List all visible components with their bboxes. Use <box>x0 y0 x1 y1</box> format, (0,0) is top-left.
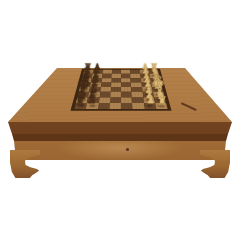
wood-grain <box>121 82 131 87</box>
square[interactable] <box>121 103 133 109</box>
square[interactable] <box>111 82 121 87</box>
square[interactable] <box>121 82 131 87</box>
chess-board-grid: ♜♟♟♜♞♟♟♞♝♟♟♝♛♟♟♛♚♟♟♚♝♟♟♝♞♟♟♞♜♟♟♜ <box>74 70 167 109</box>
wood-grain <box>111 78 121 82</box>
wood-grain <box>109 103 121 109</box>
black-pawn-piece[interactable]: ♟ <box>81 92 102 109</box>
square[interactable] <box>109 103 121 109</box>
chess-table-photo: Ming-style low wooden chess table with i… <box>0 0 240 240</box>
square[interactable] <box>121 78 131 82</box>
chess-board: ♜♟♟♜♞♟♟♞♝♟♟♝♛♟♟♛♚♟♟♚♝♟♟♝♞♟♟♞♜♟♟♜ <box>70 69 171 111</box>
square[interactable]: ♜ <box>155 103 168 109</box>
wood-grain <box>121 78 131 82</box>
board-perspective-scene: ♜♟♟♜♞♟♟♞♝♟♟♝♛♟♟♛♚♟♟♚♝♟♟♝♞♟♟♞♜♟♟♜ <box>0 0 240 240</box>
wood-grain <box>111 82 121 87</box>
wood-grain <box>121 103 133 109</box>
square[interactable] <box>111 78 121 82</box>
square[interactable]: ♟ <box>86 103 98 109</box>
white-rook-piece[interactable]: ♜ <box>152 92 173 109</box>
